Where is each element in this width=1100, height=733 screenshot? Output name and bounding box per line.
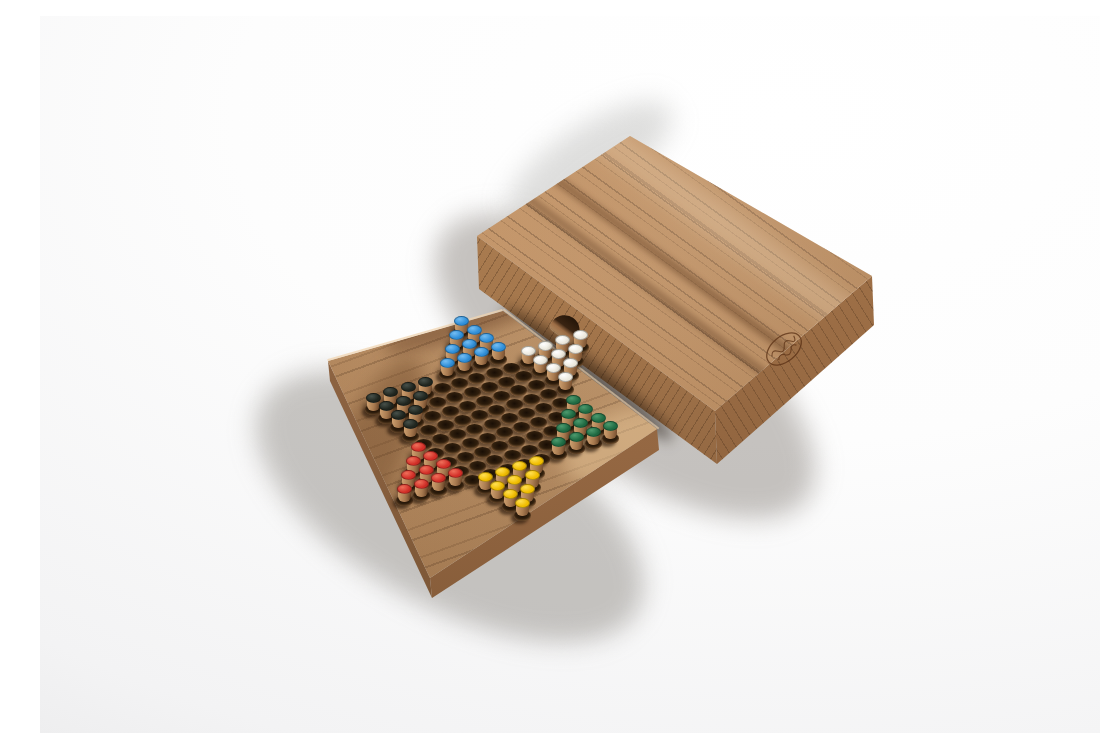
board-hole bbox=[457, 452, 474, 463]
peg-green[interactable] bbox=[602, 421, 618, 444]
board-hole bbox=[459, 401, 476, 412]
peg-white-top bbox=[568, 344, 583, 354]
peg-blue[interactable] bbox=[456, 353, 472, 376]
peg-blue-top bbox=[440, 358, 455, 368]
board-hole bbox=[530, 417, 547, 428]
peg-green-top bbox=[569, 432, 584, 442]
peg-blue[interactable] bbox=[474, 347, 490, 370]
board-hole bbox=[521, 445, 538, 456]
peg-red[interactable] bbox=[413, 479, 429, 502]
peg-white-top bbox=[573, 330, 588, 340]
peg-blue[interactable] bbox=[491, 342, 507, 365]
peg-yellow[interactable] bbox=[514, 498, 530, 521]
board-hole bbox=[444, 443, 461, 454]
peg-white[interactable] bbox=[558, 372, 574, 395]
peg-yellow-top bbox=[525, 470, 540, 480]
peg-green[interactable] bbox=[551, 437, 567, 460]
peg-green[interactable] bbox=[585, 427, 601, 450]
board-hole bbox=[462, 438, 479, 449]
peg-green-top bbox=[586, 427, 601, 437]
peg-black-top bbox=[418, 377, 433, 387]
peg-blue-top bbox=[457, 353, 472, 363]
peg-red-top bbox=[414, 479, 429, 489]
board-hole bbox=[464, 387, 481, 398]
peg-blue[interactable] bbox=[439, 358, 455, 381]
product-photo-scene: Chinese Checkers — wooden travel board w… bbox=[40, 16, 1100, 733]
board-hole bbox=[486, 368, 503, 379]
peg-black[interactable] bbox=[403, 419, 419, 442]
board-hole bbox=[471, 410, 488, 421]
peg-red[interactable] bbox=[448, 468, 464, 491]
peg-red[interactable] bbox=[430, 473, 446, 496]
board-hole bbox=[535, 403, 552, 414]
board-hole bbox=[449, 429, 466, 440]
board-hole bbox=[526, 431, 543, 442]
board-hole bbox=[481, 382, 498, 393]
board-hole bbox=[476, 396, 493, 407]
peg-red[interactable] bbox=[396, 484, 412, 507]
peg-yellow-top bbox=[520, 484, 535, 494]
board-hole bbox=[466, 424, 483, 435]
peg-black-top bbox=[408, 405, 423, 415]
board-hole bbox=[468, 373, 485, 384]
peg-red-top bbox=[397, 484, 412, 494]
peg-green[interactable] bbox=[568, 432, 584, 455]
peg-black-top bbox=[413, 391, 428, 401]
